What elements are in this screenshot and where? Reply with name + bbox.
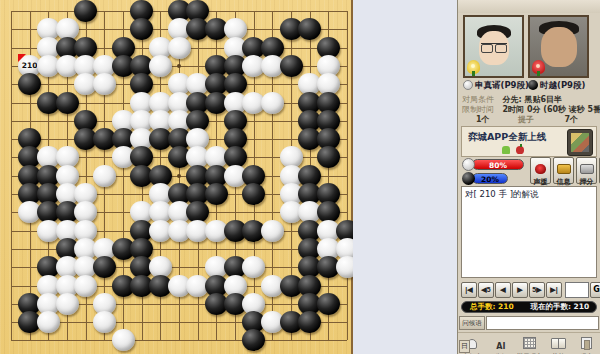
total-moves: 总手数: 210 <box>470 302 514 311</box>
toolbar-退出[interactable]: 退出 <box>572 333 600 354</box>
white-stone <box>242 256 265 278</box>
white-stone <box>56 293 79 315</box>
commentary-box[interactable]: 对[ 210 手 ]的解说 <box>461 186 597 278</box>
white-stone <box>93 311 116 333</box>
white-stone <box>93 165 116 187</box>
back-5-button[interactable]: ◀5 <box>478 282 494 298</box>
sidebar: 申真谞(P9段) 时越(P9段) 对局条件 分先: 黑贴6目半 限制时间 2时间… <box>457 0 600 354</box>
white-stone <box>261 92 284 114</box>
信息-button[interactable]: 信息 <box>553 157 574 184</box>
bottom-toolbar: 参加者分析棋局研究菜单退出 <box>458 332 600 354</box>
wallet-icon <box>580 164 594 174</box>
phone-icon <box>567 129 593 156</box>
game-info: 对局条件 分先: 黑贴6目半 限制时间 2时间 0分 (60秒 读秒 5番) 1… <box>458 95 600 125</box>
commentary-text: 对[ 210 手 ]的解说 <box>465 189 538 199</box>
move-number-input[interactable] <box>565 282 589 298</box>
book-icon <box>551 338 566 349</box>
black-stone <box>280 55 303 77</box>
押分-button[interactable]: 押分 <box>576 157 597 184</box>
first-move-button[interactable]: |◀ <box>461 282 477 298</box>
android-icon <box>502 146 510 154</box>
move-navigation: |◀◀5◀▶5▶▶|GO <box>461 282 597 299</box>
board-sidebar-gap <box>353 0 457 354</box>
ai-text-icon <box>496 341 505 352</box>
white-vote-row: 80% <box>462 159 528 171</box>
red-rose-icon <box>532 60 545 74</box>
board-icon <box>523 337 536 349</box>
toolbar-棋局研究[interactable]: 棋局研究 <box>515 333 544 354</box>
greeting-input[interactable] <box>486 316 599 330</box>
white-stone <box>168 37 191 59</box>
black-stone <box>242 329 265 351</box>
white-stone <box>112 329 135 351</box>
conditions-line: 对局条件 分先: 黑贴6目半 <box>458 95 600 105</box>
white-player-name: 申真谞(P9段) <box>463 80 529 93</box>
banner-text: 弈城APP全新上线 <box>468 131 546 144</box>
white-stone-icon <box>462 158 475 171</box>
captures-line: 1个 提子 7个 <box>458 115 600 125</box>
exit-icon <box>581 337 592 349</box>
black-vote-bar: 20% <box>472 173 508 184</box>
white-player-photo <box>463 15 524 78</box>
action-buttons: 声援信息押分AI <box>530 157 600 184</box>
black-stone <box>298 18 321 40</box>
corner-button[interactable]: 日 <box>459 340 470 353</box>
vote-bars: 80% 20% <box>462 159 528 187</box>
black-stone-icon <box>462 172 475 185</box>
声援-button[interactable]: 声援 <box>530 157 551 184</box>
white-stone-icon <box>463 80 473 90</box>
black-stone <box>317 293 340 315</box>
yellow-flower-icon <box>467 60 480 74</box>
black-player-name: 时越(P9段) <box>528 80 585 93</box>
go-client-window: 210 申真谞(P9段) 时越(P9段) 对局条件 分先: 黑贴6目半 <box>0 0 600 354</box>
captures-label: 提子 <box>518 115 534 125</box>
black-stone <box>74 0 97 22</box>
white-stone <box>149 55 172 77</box>
toolbar-菜单[interactable]: 菜单 <box>544 333 573 354</box>
briefcase-icon <box>557 164 571 174</box>
move-status-bar: 总手数: 210 现在的手数: 210 <box>461 301 597 313</box>
black-stone <box>93 256 116 278</box>
black-stone <box>317 146 340 168</box>
forward-5-button[interactable]: 5▶ <box>529 282 545 298</box>
white-stone <box>93 73 116 95</box>
black-captures: 7个 <box>564 115 578 125</box>
white-stone <box>74 275 97 297</box>
white-stone <box>261 220 284 242</box>
last-move-marker <box>18 54 26 62</box>
current-move: 现在的手数: 210 <box>530 302 589 311</box>
black-stone <box>130 18 153 40</box>
toolbar-分析[interactable]: 分析 <box>487 333 516 354</box>
back-button[interactable]: ◀ <box>495 282 511 298</box>
last-move-button[interactable]: ▶| <box>546 282 562 298</box>
app-banner[interactable]: 弈城APP全新上线 <box>461 126 597 157</box>
go-board[interactable]: 210 <box>0 0 353 354</box>
forward-button[interactable]: ▶ <box>512 282 528 298</box>
grid-line <box>347 11 348 340</box>
rose-icon <box>535 164 546 174</box>
star-point <box>177 64 181 68</box>
time-limit-line: 限制时间 2时间 0分 (60秒 读秒 5番) <box>458 105 600 115</box>
glasses <box>481 43 507 51</box>
black-stone <box>298 311 321 333</box>
grid-line <box>11 340 347 341</box>
apple-icon <box>516 146 524 154</box>
black-stone-icon <box>528 80 538 90</box>
white-stone <box>37 311 60 333</box>
sidebar-top-strip <box>458 0 600 13</box>
black-stone <box>205 183 228 205</box>
black-vote-row: 20% <box>462 173 528 185</box>
go-button[interactable]: GO <box>590 282 600 298</box>
greeting-row: 问候语 <box>458 316 600 331</box>
black-stone <box>56 92 79 114</box>
star-point <box>177 174 181 178</box>
white-vote-bar: 80% <box>472 159 524 170</box>
black-stone <box>18 73 41 95</box>
black-player-photo <box>528 15 589 78</box>
white-captures: 1个 <box>476 115 490 125</box>
greeting-button[interactable]: 问候语 <box>459 316 485 330</box>
black-stone <box>242 183 265 205</box>
